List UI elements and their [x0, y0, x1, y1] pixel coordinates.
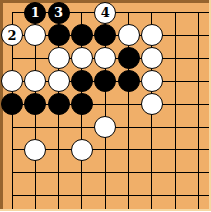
stone-white — [141, 47, 163, 69]
stone-black-move-3: 3 — [48, 2, 70, 24]
stone-white — [24, 24, 46, 46]
stone-black — [48, 93, 70, 115]
stone-black — [71, 70, 93, 92]
stone-white — [48, 47, 70, 69]
board-edge-bottom — [0, 209, 211, 211]
grid-line-vertical — [198, 13, 199, 212]
board-edge-right — [209, 0, 211, 211]
grid-line-horizontal — [12, 195, 211, 196]
stone-black — [1, 93, 23, 115]
stone-white-move-2: 2 — [1, 24, 23, 46]
grid-line-horizontal — [12, 172, 211, 173]
stone-white — [24, 139, 46, 161]
stone-white — [141, 70, 163, 92]
stone-white — [94, 116, 116, 138]
stone-white — [24, 70, 46, 92]
stone-black — [94, 70, 116, 92]
stone-white — [141, 93, 163, 115]
grid-line-vertical — [175, 13, 176, 212]
stone-black — [71, 93, 93, 115]
stone-black — [94, 24, 116, 46]
stone-white-move-4: 4 — [94, 2, 116, 24]
stone-white — [141, 24, 163, 46]
stone-white — [48, 70, 70, 92]
stone-black — [71, 24, 93, 46]
stone-black — [48, 24, 70, 46]
stone-white — [94, 47, 116, 69]
go-board[interactable]: 1342 — [0, 0, 211, 211]
stone-white — [1, 70, 23, 92]
stone-black — [118, 70, 140, 92]
stone-white — [71, 47, 93, 69]
stone-black — [24, 93, 46, 115]
stone-black — [118, 47, 140, 69]
stone-white — [71, 139, 93, 161]
stone-black-move-1: 1 — [24, 2, 46, 24]
stone-white — [118, 24, 140, 46]
